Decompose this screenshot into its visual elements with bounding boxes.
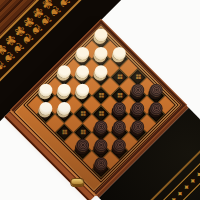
square-h1[interactable]: ❖ <box>92 160 110 178</box>
gold-ornament-band: ✦✦✦✦✦✦✦✦✦✦✦✦✦✦✦✦ <box>132 141 200 200</box>
checkers-set-photo: ✾❦✾❦✾❦✾❦✾❦✾❦✾❦✾❦✾❦✾❦✾❦✾❦✾❦✾❦✾❦✾❦✾❦✾❦✾❦✾❦… <box>0 0 200 200</box>
brass-clasp-icon <box>71 179 83 186</box>
